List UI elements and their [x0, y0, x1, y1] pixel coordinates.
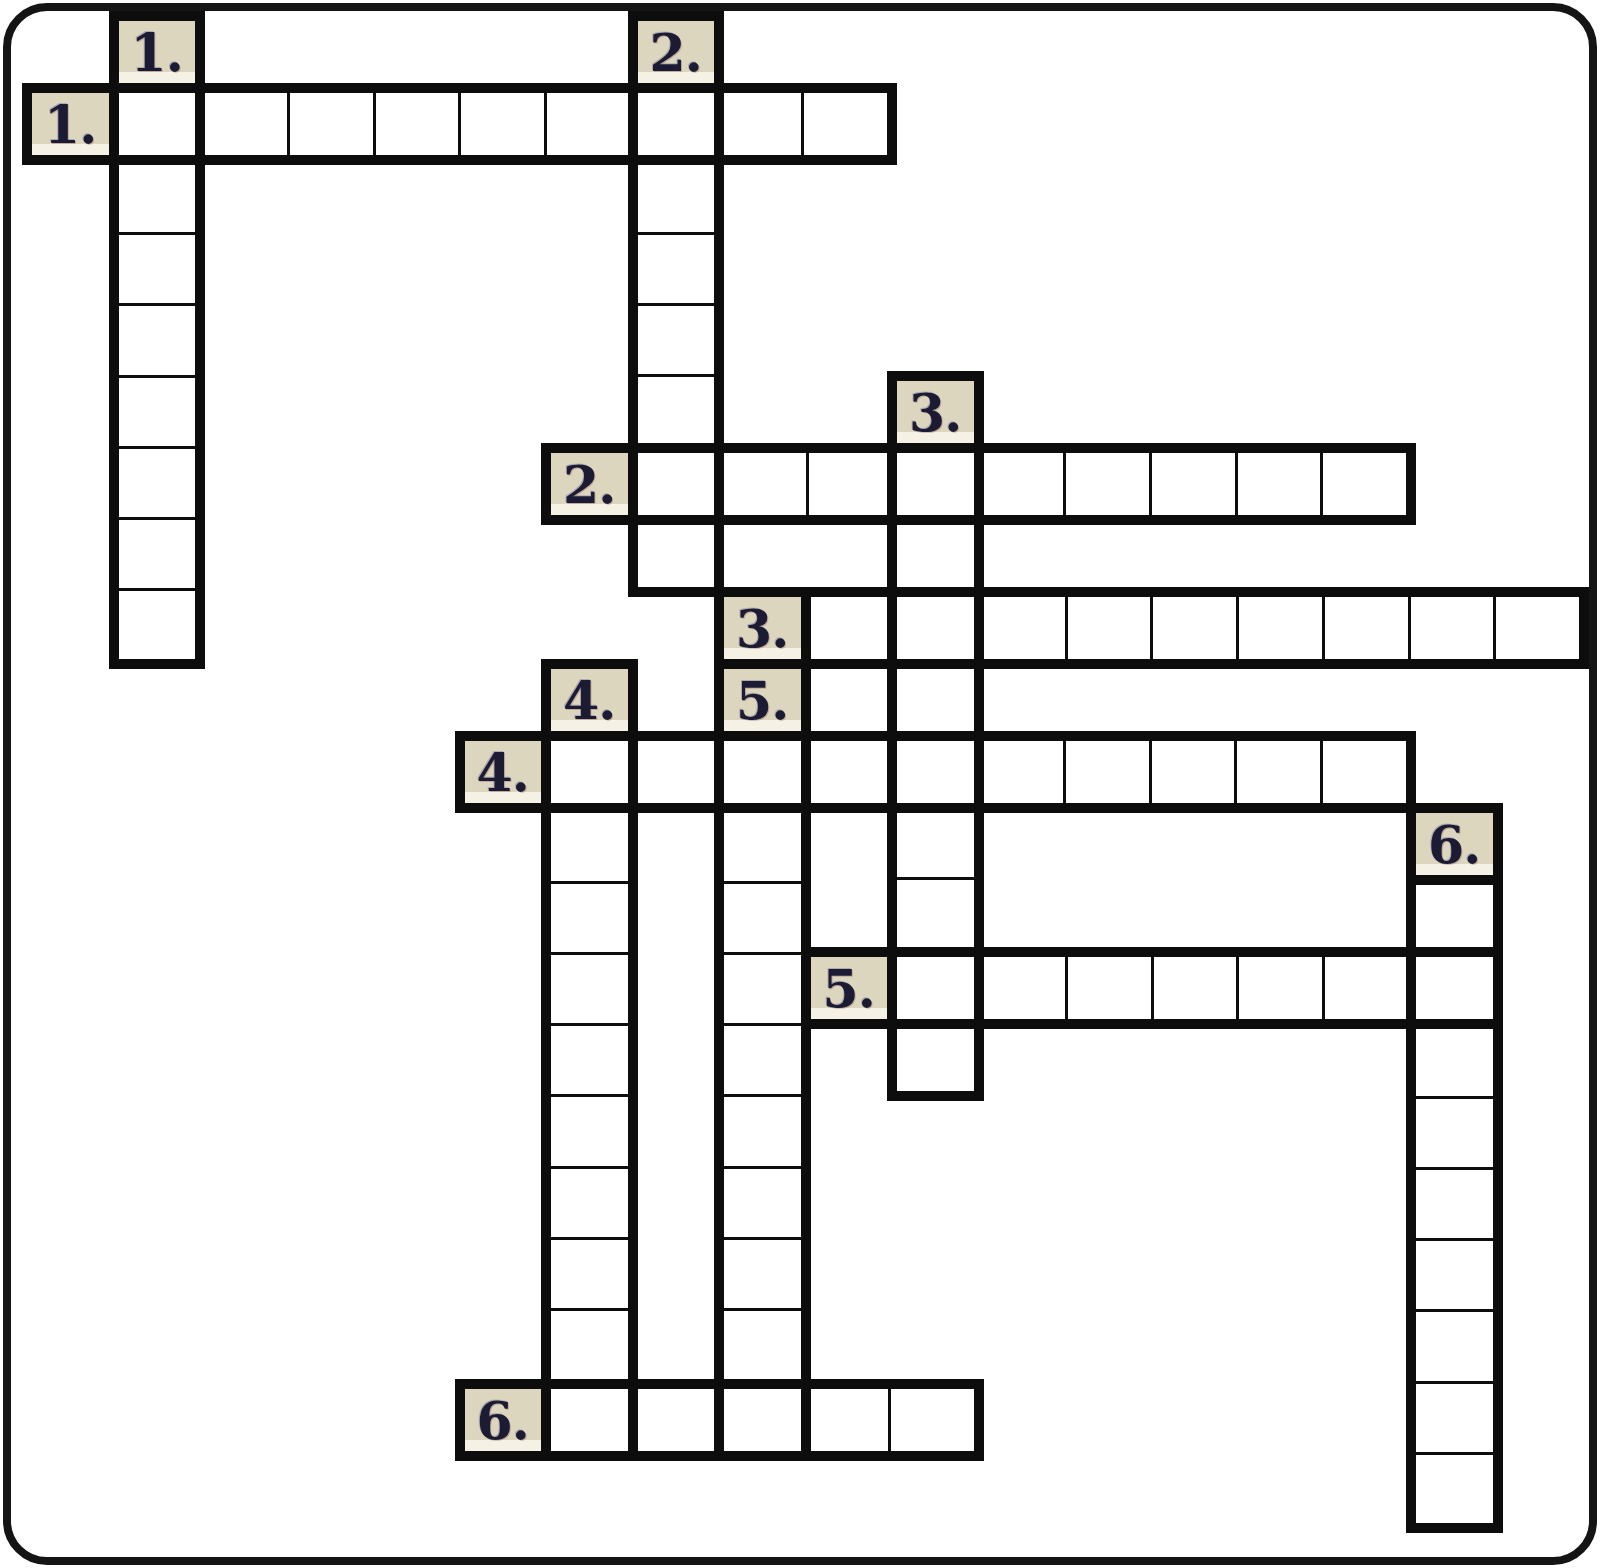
down-5-label: 5. — [714, 659, 811, 741]
across-2-word — [628, 443, 1417, 525]
across-4-label: 4. — [455, 731, 552, 813]
down-2-cell-7[interactable] — [638, 516, 715, 587]
across-6-cell-2[interactable] — [633, 1389, 718, 1451]
down-2-cell-1[interactable] — [638, 93, 715, 161]
across-1-cell-4[interactable] — [373, 93, 459, 155]
across-3-cell-8[interactable] — [1408, 597, 1494, 659]
across-3-cell-4[interactable] — [1065, 597, 1151, 659]
down-1-cell-4[interactable] — [119, 303, 196, 374]
across-3-cell-3[interactable] — [979, 597, 1065, 659]
down-6-word — [1406, 875, 1503, 1533]
across-4-cell-10[interactable] — [1320, 741, 1406, 803]
down-4-word — [541, 731, 638, 1461]
down-1-cell-1[interactable] — [119, 93, 196, 161]
across-1-cell-5[interactable] — [458, 93, 544, 155]
across-2-cell-6[interactable] — [1063, 453, 1149, 515]
across-3-cell-5[interactable] — [1150, 597, 1236, 659]
down-6-cell-5[interactable] — [1416, 1167, 1493, 1238]
down-4-cell-8[interactable] — [551, 1237, 628, 1308]
down-2-cell-2[interactable] — [638, 161, 715, 232]
down-3-label: 3. — [887, 371, 984, 453]
across-1-word — [109, 83, 898, 165]
down-5-cell-3[interactable] — [724, 881, 801, 952]
down-3-cell-1[interactable] — [897, 453, 974, 521]
across-1-cell-2[interactable] — [201, 93, 287, 155]
across-4-cell-7[interactable] — [1063, 741, 1149, 803]
across-2-cell-8[interactable] — [1235, 453, 1321, 515]
down-5-cell-10[interactable] — [724, 1380, 801, 1451]
down-5-cell-2[interactable] — [724, 809, 801, 880]
down-6-cell-3[interactable] — [1416, 1024, 1493, 1095]
down-6-cell-7[interactable] — [1416, 1309, 1493, 1380]
down-6-cell-1[interactable] — [1416, 885, 1493, 953]
across-4-cell-6[interactable] — [977, 741, 1063, 803]
down-3-word — [887, 443, 984, 1101]
across-2-cell-9[interactable] — [1320, 453, 1406, 515]
down-6-cell-4[interactable] — [1416, 1096, 1493, 1167]
down-5-word — [714, 731, 811, 1461]
down-4-cell-7[interactable] — [551, 1166, 628, 1237]
across-4-cell-8[interactable] — [1149, 741, 1235, 803]
down-5-cell-8[interactable] — [724, 1237, 801, 1308]
across-6-label: 6. — [455, 1379, 552, 1461]
down-6-label: 6. — [1406, 803, 1503, 885]
across-4-cell-2[interactable] — [634, 741, 720, 803]
down-3-cell-7[interactable] — [897, 877, 974, 948]
down-4-cell-4[interactable] — [551, 952, 628, 1023]
down-1-cell-2[interactable] — [119, 161, 196, 232]
across-3-cell-6[interactable] — [1236, 597, 1322, 659]
crossword-board: 1.2.3.4.5.6.1.2.3.4.5.6. — [0, 0, 1600, 1568]
across-2-cell-2[interactable] — [720, 453, 806, 515]
down-4-cell-1[interactable] — [551, 741, 628, 809]
down-5-cell-1[interactable] — [724, 741, 801, 809]
across-5-cell-2[interactable] — [980, 957, 1066, 1019]
down-3-cell-8[interactable] — [897, 949, 974, 1020]
across-5-cell-3[interactable] — [1065, 957, 1151, 1019]
down-2-cell-3[interactable] — [638, 232, 715, 303]
down-1-word — [109, 83, 206, 669]
down-2-cell-6[interactable] — [638, 445, 715, 516]
down-4-cell-3[interactable] — [551, 881, 628, 952]
across-2-cell-7[interactable] — [1149, 453, 1235, 515]
down-4-cell-2[interactable] — [551, 809, 628, 880]
down-3-cell-6[interactable] — [897, 806, 974, 877]
down-3-cell-9[interactable] — [897, 1020, 974, 1091]
down-2-cell-5[interactable] — [638, 374, 715, 445]
down-5-cell-9[interactable] — [724, 1308, 801, 1379]
down-1-cell-6[interactable] — [119, 446, 196, 517]
down-2-label: 2. — [628, 11, 725, 93]
down-2-cell-4[interactable] — [638, 303, 715, 374]
across-3-cell-7[interactable] — [1322, 597, 1408, 659]
down-1-cell-5[interactable] — [119, 375, 196, 446]
across-6-cell-5[interactable] — [888, 1389, 973, 1451]
across-5-cell-5[interactable] — [1236, 957, 1322, 1019]
down-3-cell-4[interactable] — [897, 664, 974, 735]
across-5-cell-6[interactable] — [1322, 957, 1408, 1019]
across-2-cell-5[interactable] — [977, 453, 1063, 515]
down-6-cell-8[interactable] — [1416, 1381, 1493, 1452]
down-1-cell-8[interactable] — [119, 588, 196, 659]
down-5-cell-5[interactable] — [724, 1023, 801, 1094]
down-4-cell-6[interactable] — [551, 1094, 628, 1165]
down-4-label: 4. — [541, 659, 638, 741]
down-6-cell-2[interactable] — [1416, 953, 1493, 1024]
across-1-label: 1. — [22, 83, 119, 165]
across-5-label: 5. — [801, 947, 898, 1029]
across-4-cell-9[interactable] — [1234, 741, 1320, 803]
down-4-cell-5[interactable] — [551, 1023, 628, 1094]
down-1-cell-3[interactable] — [119, 232, 196, 303]
down-4-cell-9[interactable] — [551, 1308, 628, 1379]
down-3-cell-5[interactable] — [897, 735, 974, 806]
down-3-cell-2[interactable] — [897, 521, 974, 592]
down-3-cell-3[interactable] — [897, 592, 974, 663]
down-6-cell-9[interactable] — [1416, 1452, 1493, 1523]
down-6-cell-6[interactable] — [1416, 1238, 1493, 1309]
across-3-cell-9[interactable] — [1493, 597, 1579, 659]
across-1-cell-6[interactable] — [544, 93, 630, 155]
across-1-cell-3[interactable] — [287, 93, 373, 155]
across-1-cell-9[interactable] — [801, 93, 887, 155]
down-1-label: 1. — [109, 11, 206, 93]
across-3-label: 3. — [714, 587, 811, 669]
down-5-cell-6[interactable] — [724, 1094, 801, 1165]
across-6-cell-4[interactable] — [803, 1389, 888, 1451]
across-2-cell-3[interactable] — [806, 453, 892, 515]
down-4-cell-10[interactable] — [551, 1380, 628, 1451]
across-3-cell-1[interactable] — [811, 597, 894, 659]
down-2-word — [628, 83, 725, 597]
down-5-cell-7[interactable] — [724, 1166, 801, 1237]
across-4-cell-4[interactable] — [805, 741, 891, 803]
down-1-cell-7[interactable] — [119, 517, 196, 588]
across-5-cell-4[interactable] — [1151, 957, 1237, 1019]
down-5-cell-4[interactable] — [724, 952, 801, 1023]
across-2-label: 2. — [541, 443, 638, 525]
across-1-cell-8[interactable] — [716, 93, 802, 155]
